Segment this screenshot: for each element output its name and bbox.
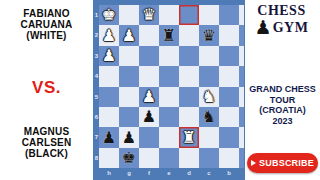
black-king-g8[interactable]: ♚ <box>119 148 139 168</box>
square-f7[interactable] <box>139 127 159 147</box>
square-b5[interactable] <box>219 87 239 107</box>
black-knight-c6[interactable]: ♞ <box>199 107 219 127</box>
square-c7[interactable] <box>199 127 219 147</box>
square-h7[interactable]: ♟ <box>99 127 119 147</box>
square-e6[interactable] <box>159 107 179 127</box>
white-pawn-h2[interactable]: ♟ <box>99 25 119 45</box>
square-c5[interactable]: ♞ <box>199 87 219 107</box>
rank-label-5: 5 <box>94 94 99 100</box>
square-g3[interactable] <box>119 46 139 66</box>
white-pawn-g2[interactable]: ♟ <box>119 25 139 45</box>
vs-label: VS. <box>0 78 93 98</box>
right-panel: CHESS ♟ GYM GRAND CHESS TOUR (CROATIA) 2… <box>245 0 320 180</box>
square-c8[interactable] <box>199 148 219 168</box>
board-clip: ♚♛♟♟♜♛♟♟♞♟♞♟♟♜♚ <box>99 5 244 168</box>
square-a6[interactable] <box>239 107 244 127</box>
board-grid: ♚♛♟♟♜♛♟♟♞♟♞♟♟♜♚ <box>99 5 244 168</box>
square-g4[interactable] <box>119 66 139 86</box>
square-h8[interactable] <box>99 148 119 168</box>
black-queen-c2[interactable]: ♛ <box>199 25 219 45</box>
logo-row: ♟ GYM <box>245 18 318 37</box>
square-d7[interactable]: ♜ <box>179 127 199 147</box>
square-h4[interactable] <box>99 66 119 86</box>
logo-text-gym: GYM <box>273 20 309 36</box>
square-b8[interactable] <box>219 148 239 168</box>
file-label-c: c <box>199 170 219 176</box>
square-d6[interactable] <box>179 107 199 127</box>
square-c1[interactable] <box>199 5 219 25</box>
event-line4: 2023 <box>245 116 320 127</box>
square-b3[interactable] <box>219 46 239 66</box>
file-label-f: f <box>139 170 159 176</box>
square-h6[interactable] <box>99 107 119 127</box>
square-e3[interactable] <box>159 46 179 66</box>
subscribe-label: SUBSCRIBE <box>259 158 314 168</box>
square-c2[interactable]: ♛ <box>199 25 219 45</box>
square-a4[interactable] <box>239 66 244 86</box>
black-player-name: MAGNUS CARLSEN (BLACK) <box>0 126 93 160</box>
black-pawn-g7[interactable]: ♟ <box>119 127 139 147</box>
white-player-line2: CARUANA <box>0 19 93 30</box>
file-label-h: h <box>99 170 119 176</box>
black-player-line1: MAGNUS <box>0 126 93 137</box>
square-b4[interactable] <box>219 66 239 86</box>
rank-label-7: 7 <box>94 134 99 140</box>
rank-label-6: 6 <box>94 114 99 120</box>
square-f4[interactable] <box>139 66 159 86</box>
thumbnail-canvas: FABIANO CARUANA (WHITE) VS. MAGNUS CARLS… <box>0 0 320 180</box>
square-h3[interactable]: ♟ <box>99 46 119 66</box>
rank-label-4: 4 <box>94 73 99 79</box>
chess-board: ♚♛♟♟♜♛♟♟♞♟♞♟♟♜♚ 12345678 hgfedcba <box>93 0 245 180</box>
square-d3[interactable] <box>179 46 199 66</box>
square-a2[interactable] <box>239 25 244 45</box>
square-e2[interactable]: ♜ <box>159 25 179 45</box>
square-h5[interactable] <box>99 87 119 107</box>
channel-logo: CHESS ♟ GYM <box>245 3 318 37</box>
square-f2[interactable] <box>139 25 159 45</box>
square-a7[interactable] <box>239 127 244 147</box>
white-player-line1: FABIANO <box>0 8 93 19</box>
square-a5[interactable] <box>239 87 244 107</box>
black-pawn-h7[interactable]: ♟ <box>99 127 119 147</box>
play-icon <box>251 160 256 166</box>
white-player-name: FABIANO CARUANA (WHITE) <box>0 8 93 42</box>
square-f8[interactable] <box>139 148 159 168</box>
rank-label-3: 3 <box>94 53 99 59</box>
square-c4[interactable] <box>199 66 219 86</box>
square-g8[interactable]: ♚ <box>119 148 139 168</box>
square-f3[interactable] <box>139 46 159 66</box>
square-f5[interactable]: ♟ <box>139 87 159 107</box>
black-player-line2: CARLSEN <box>0 137 93 148</box>
square-f1[interactable]: ♛ <box>139 5 159 25</box>
square-d2[interactable] <box>179 25 199 45</box>
white-rook-d7[interactable]: ♜ <box>179 127 199 147</box>
white-player-color: (WHITE) <box>0 30 93 41</box>
square-d5[interactable] <box>179 87 199 107</box>
white-king-h1[interactable]: ♚ <box>99 5 119 25</box>
square-b7[interactable] <box>219 127 239 147</box>
square-e4[interactable] <box>159 66 179 86</box>
square-a1[interactable] <box>239 5 244 25</box>
square-h1[interactable]: ♚ <box>99 5 119 25</box>
square-b6[interactable] <box>219 107 239 127</box>
white-pawn-h3[interactable]: ♟ <box>99 46 119 66</box>
rank-label-2: 2 <box>94 32 99 38</box>
square-b1[interactable] <box>219 5 239 25</box>
square-e7[interactable] <box>159 127 179 147</box>
file-label-g: g <box>119 170 139 176</box>
rank-label-8: 8 <box>94 155 99 161</box>
square-e1[interactable] <box>159 5 179 25</box>
white-pawn-f5[interactable]: ♟ <box>139 87 159 107</box>
square-h2[interactable]: ♟ <box>99 25 119 45</box>
square-d1[interactable] <box>179 5 199 25</box>
event-line1: GRAND CHESS <box>245 84 320 95</box>
black-player-color: (BLACK) <box>0 148 93 159</box>
black-pawn-icon: ♟ <box>255 18 272 37</box>
event-line2: TOUR <box>245 95 320 106</box>
rank-label-1: 1 <box>94 12 99 18</box>
square-g5[interactable] <box>119 87 139 107</box>
event-info: GRAND CHESS TOUR (CROATIA) 2023 <box>245 84 320 126</box>
white-queen-f1[interactable]: ♛ <box>139 5 159 25</box>
square-d4[interactable] <box>179 66 199 86</box>
square-e5[interactable] <box>159 87 179 107</box>
square-a3[interactable] <box>239 46 244 66</box>
file-label-b: b <box>219 170 239 176</box>
subscribe-button[interactable]: SUBSCRIBE <box>247 153 318 173</box>
square-c3[interactable] <box>199 46 219 66</box>
square-g1[interactable] <box>119 5 139 25</box>
square-f6[interactable]: ♟ <box>139 107 159 127</box>
square-b2[interactable] <box>219 25 239 45</box>
square-c6[interactable]: ♞ <box>199 107 219 127</box>
square-g2[interactable]: ♟ <box>119 25 139 45</box>
file-label-e: e <box>159 170 179 176</box>
square-a8[interactable] <box>239 148 244 168</box>
white-knight-c5[interactable]: ♞ <box>199 87 219 107</box>
black-pawn-f6[interactable]: ♟ <box>139 107 159 127</box>
event-line3: (CROATIA) <box>245 105 320 116</box>
square-g6[interactable] <box>119 107 139 127</box>
square-g7[interactable]: ♟ <box>119 127 139 147</box>
square-d8[interactable] <box>179 148 199 168</box>
left-panel: FABIANO CARUANA (WHITE) VS. MAGNUS CARLS… <box>0 0 93 180</box>
black-rook-e2[interactable]: ♜ <box>159 25 179 45</box>
file-label-d: d <box>179 170 199 176</box>
square-e8[interactable] <box>159 148 179 168</box>
